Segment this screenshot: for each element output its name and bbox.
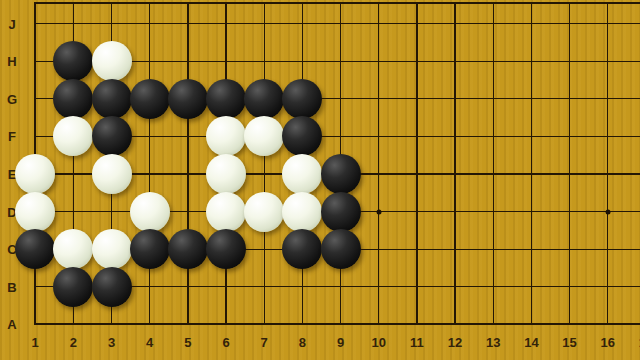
stone-black-G6 [206, 79, 246, 119]
star-point-D10 [376, 209, 381, 214]
col-label-5: 5 [184, 336, 191, 349]
grid-line-v-14 [531, 3, 532, 325]
col-label-16: 16 [601, 336, 615, 349]
stone-black-E9 [321, 154, 361, 194]
stone-black-G7 [244, 79, 284, 119]
row-label-J: J [8, 17, 15, 30]
stone-white-C2 [53, 229, 93, 269]
stone-black-B3 [92, 267, 132, 307]
stone-black-B2 [53, 267, 93, 307]
grid-line-v-11 [416, 3, 417, 325]
col-label-10: 10 [371, 336, 385, 349]
col-label-6: 6 [222, 336, 229, 349]
stone-black-C9 [321, 229, 361, 269]
stone-black-C5 [168, 229, 208, 269]
col-label-7: 7 [261, 336, 268, 349]
row-label-A: A [7, 318, 16, 331]
stone-white-E3 [92, 154, 132, 194]
col-label-1: 1 [32, 336, 39, 349]
stone-black-H2 [53, 41, 93, 81]
row-label-F: F [8, 130, 16, 143]
grid-line-v-16 [607, 3, 608, 325]
grid-line-v-5 [187, 3, 188, 325]
star-point-D16 [605, 209, 610, 214]
row-label-B: B [7, 280, 16, 293]
grid-line-v-13 [493, 3, 494, 325]
col-label-9: 9 [337, 336, 344, 349]
stone-white-E8 [282, 154, 322, 194]
col-label-8: 8 [299, 336, 306, 349]
col-label-13: 13 [486, 336, 500, 349]
row-label-G: G [7, 92, 17, 105]
stone-white-H3 [92, 41, 132, 81]
stone-white-F6 [206, 116, 246, 156]
stone-white-F2 [53, 116, 93, 156]
go-board[interactable]: JHGFEDCBA1234567891011121314151617 [0, 0, 640, 360]
stone-black-G3 [92, 79, 132, 119]
row-label-H: H [7, 55, 16, 68]
grid-line-v-7 [264, 3, 265, 325]
stone-black-F3 [92, 116, 132, 156]
stone-black-C1 [15, 229, 55, 269]
stone-black-G5 [168, 79, 208, 119]
stone-black-G4 [130, 79, 170, 119]
stone-white-E6 [206, 154, 246, 194]
stone-black-F8 [282, 116, 322, 156]
stone-white-D7 [244, 192, 284, 232]
grid-line-v-10 [378, 3, 379, 325]
stone-white-D6 [206, 192, 246, 232]
col-label-15: 15 [562, 336, 576, 349]
stone-black-G8 [282, 79, 322, 119]
stone-white-C3 [92, 229, 132, 269]
stone-white-D1 [15, 192, 55, 232]
grid-line-h-J [34, 23, 640, 24]
stone-black-C8 [282, 229, 322, 269]
grid-line-v-4 [149, 3, 150, 325]
col-label-4: 4 [146, 336, 153, 349]
col-label-14: 14 [524, 336, 538, 349]
stone-black-G2 [53, 79, 93, 119]
col-label-3: 3 [108, 336, 115, 349]
col-label-11: 11 [410, 336, 424, 349]
col-label-2: 2 [70, 336, 77, 349]
stone-black-C4 [130, 229, 170, 269]
stone-white-F7 [244, 116, 284, 156]
col-label-12: 12 [448, 336, 462, 349]
stone-white-D8 [282, 192, 322, 232]
stone-white-E1 [15, 154, 55, 194]
grid-cut-line-top [34, 2, 640, 4]
stone-white-D4 [130, 192, 170, 232]
grid-line-h-A [34, 323, 640, 325]
grid-line-v-15 [569, 3, 570, 325]
grid-line-v-12 [454, 3, 455, 325]
stone-black-C6 [206, 229, 246, 269]
stone-black-D9 [321, 192, 361, 232]
